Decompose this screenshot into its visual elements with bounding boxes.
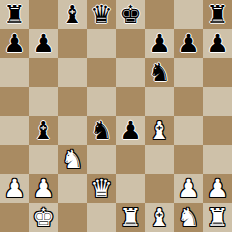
piece-black-knight: ♞ [90, 116, 112, 145]
piece-black-pawn: ♟ [3, 29, 25, 58]
square-h2[interactable]: ♟ [203, 174, 232, 203]
square-e1[interactable]: ♜ [116, 203, 145, 232]
square-d5[interactable] [87, 87, 116, 116]
square-h5[interactable] [203, 87, 232, 116]
square-d8[interactable]: ♛ [87, 0, 116, 29]
square-c1[interactable] [58, 203, 87, 232]
square-e6[interactable] [116, 58, 145, 87]
square-c8[interactable]: ♝ [58, 0, 87, 29]
chess-board: ♜♝♛♚♜♟♟♟♟♟♞♝♞♟♝♞♟♟♛♟♟♚♜♝♞♜ [0, 0, 232, 232]
square-c2[interactable] [58, 174, 87, 203]
square-f4[interactable]: ♝ [145, 116, 174, 145]
square-c3[interactable]: ♞ [58, 145, 87, 174]
piece-white-rook: ♜ [119, 203, 141, 232]
piece-black-pawn: ♟ [148, 29, 170, 58]
square-g8[interactable] [174, 0, 203, 29]
square-a7[interactable]: ♟ [0, 29, 29, 58]
piece-black-pawn: ♟ [177, 29, 199, 58]
piece-black-rook: ♜ [206, 0, 228, 29]
square-c4[interactable] [58, 116, 87, 145]
piece-black-pawn: ♟ [119, 116, 141, 145]
piece-black-pawn: ♟ [206, 29, 228, 58]
square-c6[interactable] [58, 58, 87, 87]
piece-black-rook: ♜ [3, 0, 25, 29]
piece-white-pawn: ♟ [177, 174, 199, 203]
piece-white-king: ♚ [32, 203, 54, 232]
square-a8[interactable]: ♜ [0, 0, 29, 29]
square-h3[interactable] [203, 145, 232, 174]
square-g5[interactable] [174, 87, 203, 116]
square-b7[interactable]: ♟ [29, 29, 58, 58]
square-g3[interactable] [174, 145, 203, 174]
square-f2[interactable] [145, 174, 174, 203]
piece-white-pawn: ♟ [32, 174, 54, 203]
piece-white-bishop: ♝ [148, 203, 170, 232]
square-b5[interactable] [29, 87, 58, 116]
square-e3[interactable] [116, 145, 145, 174]
square-f7[interactable]: ♟ [145, 29, 174, 58]
square-b4[interactable]: ♝ [29, 116, 58, 145]
square-a2[interactable]: ♟ [0, 174, 29, 203]
square-a4[interactable] [0, 116, 29, 145]
square-f3[interactable] [145, 145, 174, 174]
square-g1[interactable]: ♞ [174, 203, 203, 232]
square-a5[interactable] [0, 87, 29, 116]
square-b2[interactable]: ♟ [29, 174, 58, 203]
piece-white-queen: ♛ [90, 174, 112, 203]
square-d6[interactable] [87, 58, 116, 87]
piece-white-knight: ♞ [61, 145, 83, 174]
square-g6[interactable] [174, 58, 203, 87]
square-h6[interactable] [203, 58, 232, 87]
square-e2[interactable] [116, 174, 145, 203]
square-d1[interactable] [87, 203, 116, 232]
square-b8[interactable] [29, 0, 58, 29]
square-h4[interactable] [203, 116, 232, 145]
square-e7[interactable] [116, 29, 145, 58]
piece-white-rook: ♜ [206, 203, 228, 232]
square-b1[interactable]: ♚ [29, 203, 58, 232]
square-a6[interactable] [0, 58, 29, 87]
square-e5[interactable] [116, 87, 145, 116]
square-d3[interactable] [87, 145, 116, 174]
square-c5[interactable] [58, 87, 87, 116]
square-h7[interactable]: ♟ [203, 29, 232, 58]
square-f5[interactable] [145, 87, 174, 116]
square-h1[interactable]: ♜ [203, 203, 232, 232]
square-f1[interactable]: ♝ [145, 203, 174, 232]
square-b3[interactable] [29, 145, 58, 174]
square-d2[interactable]: ♛ [87, 174, 116, 203]
square-h8[interactable]: ♜ [203, 0, 232, 29]
square-f8[interactable] [145, 0, 174, 29]
square-g7[interactable]: ♟ [174, 29, 203, 58]
square-c7[interactable] [58, 29, 87, 58]
piece-black-bishop: ♝ [61, 0, 83, 29]
piece-black-queen: ♛ [90, 0, 112, 29]
square-d4[interactable]: ♞ [87, 116, 116, 145]
piece-black-knight: ♞ [148, 58, 170, 87]
square-a1[interactable] [0, 203, 29, 232]
square-f6[interactable]: ♞ [145, 58, 174, 87]
square-g4[interactable] [174, 116, 203, 145]
square-e8[interactable]: ♚ [116, 0, 145, 29]
piece-black-bishop: ♝ [32, 116, 54, 145]
square-d7[interactable] [87, 29, 116, 58]
piece-white-pawn: ♟ [206, 174, 228, 203]
piece-black-pawn: ♟ [32, 29, 54, 58]
square-b6[interactable] [29, 58, 58, 87]
square-g2[interactable]: ♟ [174, 174, 203, 203]
piece-black-king: ♚ [119, 0, 141, 29]
piece-white-pawn: ♟ [3, 174, 25, 203]
piece-white-bishop: ♝ [148, 116, 170, 145]
square-e4[interactable]: ♟ [116, 116, 145, 145]
piece-white-knight: ♞ [177, 203, 199, 232]
square-a3[interactable] [0, 145, 29, 174]
